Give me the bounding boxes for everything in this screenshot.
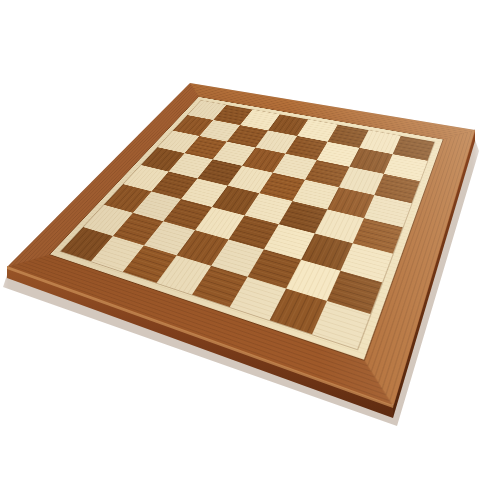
product-photo-stage (0, 0, 480, 480)
